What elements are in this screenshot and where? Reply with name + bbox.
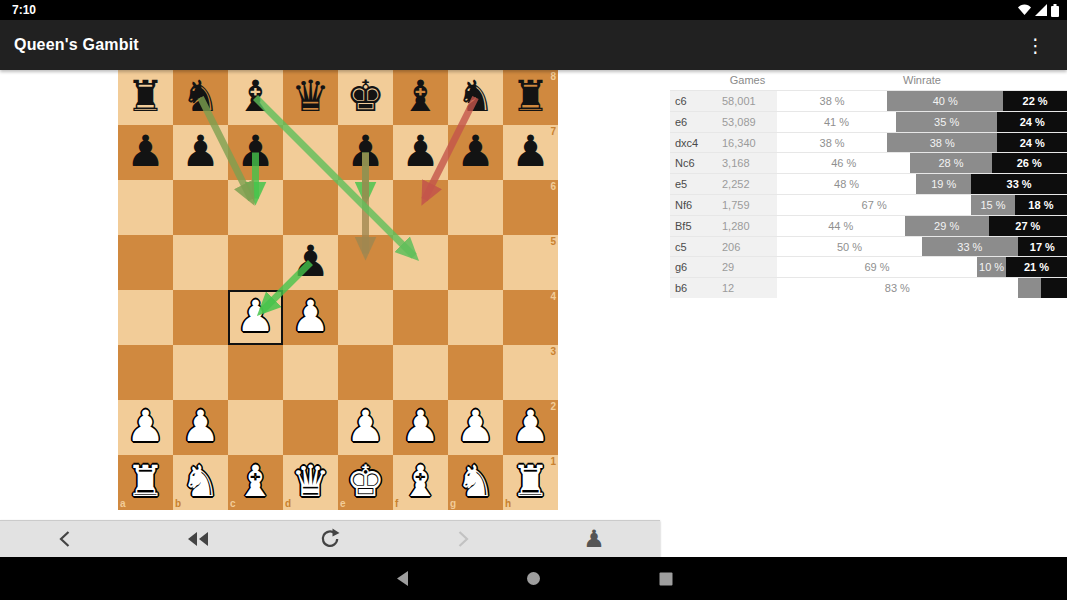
draw-segment: 38 % xyxy=(887,133,997,153)
overflow-menu-icon[interactable]: ⋮ xyxy=(1026,20,1045,70)
table-header: Games Winrate xyxy=(670,73,1067,90)
square-f4[interactable] xyxy=(393,290,448,345)
board-grid: ♜♞♝♛♚♝♞8♜♟♟♟♟♟♟7♟6♟5♟♟43♟♟♟♟♟2♟a♜b♞c♝d♛e… xyxy=(118,70,558,510)
square-d7[interactable] xyxy=(283,125,338,180)
move-label: c5 xyxy=(670,237,718,257)
square-h5[interactable]: 5 xyxy=(503,235,558,290)
move-row-Bf5[interactable]: Bf51,28044 %29 %27 % xyxy=(670,215,1067,236)
square-c6[interactable] xyxy=(228,180,283,235)
square-c7[interactable]: ♟ xyxy=(228,125,283,180)
square-g6[interactable] xyxy=(448,180,503,235)
white-piece-b1: ♞ xyxy=(173,455,228,510)
black-win-segment: 27 % xyxy=(989,216,1067,236)
square-a5[interactable] xyxy=(118,235,173,290)
white-piece-a1: ♜ xyxy=(118,455,173,510)
coord-rank-6: 6 xyxy=(550,181,556,192)
black-win-segment: 18 % xyxy=(1015,195,1067,215)
forward-button[interactable] xyxy=(396,521,528,557)
square-e6[interactable] xyxy=(338,180,393,235)
android-back-button[interactable] xyxy=(382,557,422,600)
square-c8[interactable]: ♝ xyxy=(228,70,283,125)
draw-segment: 15 % xyxy=(971,195,1015,215)
black-piece-b8: ♞ xyxy=(173,70,228,125)
square-h2[interactable]: 2♟ xyxy=(503,400,558,455)
white-win-segment: 46 % xyxy=(777,153,910,173)
status-bar: 7:10 xyxy=(0,0,1067,20)
black-piece-e7: ♟ xyxy=(338,125,393,180)
square-c5[interactable] xyxy=(228,235,283,290)
wifi-icon xyxy=(1018,4,1031,16)
black-win-segment: 21 % xyxy=(1006,257,1067,277)
square-g5[interactable] xyxy=(448,235,503,290)
black-piece-c7: ♟ xyxy=(228,125,283,180)
square-h1[interactable]: 1h♜ xyxy=(503,455,558,510)
white-piece-e2: ♟ xyxy=(338,400,393,455)
square-f1[interactable]: f♝ xyxy=(393,455,448,510)
move-row-c5[interactable]: c520650 %33 %17 % xyxy=(670,236,1067,257)
white-win-segment: 38 % xyxy=(777,133,887,153)
white-piece-f1: ♝ xyxy=(393,455,448,510)
white-piece-h1: ♜ xyxy=(503,455,558,510)
clock: 7:10 xyxy=(12,3,36,17)
games-column-header: Games xyxy=(718,74,777,86)
rewind-icon xyxy=(186,530,210,548)
black-piece-d5: ♟ xyxy=(283,235,338,290)
white-win-segment: 69 % xyxy=(777,257,977,277)
square-a3[interactable] xyxy=(118,345,173,400)
winrate-bar: 50 %33 %17 % xyxy=(777,237,1067,257)
draw-segment xyxy=(1018,278,1041,298)
white-piece-g2: ♟ xyxy=(448,400,503,455)
move-label: Bf5 xyxy=(670,216,718,236)
white-win-segment: 48 % xyxy=(777,174,916,194)
square-f6[interactable] xyxy=(393,180,448,235)
white-piece-b2: ♟ xyxy=(173,400,228,455)
white-piece-e1: ♚ xyxy=(338,455,393,510)
square-d2[interactable] xyxy=(283,400,338,455)
winrate-bar: 38 %40 %22 % xyxy=(777,91,1067,111)
white-piece-h2: ♟ xyxy=(503,400,558,455)
white-piece-c1: ♝ xyxy=(228,455,283,510)
white-piece-a2: ♟ xyxy=(118,400,173,455)
white-piece-c4: ♟ xyxy=(228,290,283,345)
white-win-segment: 50 % xyxy=(777,237,922,257)
square-f5[interactable] xyxy=(393,235,448,290)
square-b8[interactable]: ♞ xyxy=(173,70,228,125)
games-count: 1,280 xyxy=(718,216,777,236)
game-toolbar: ♟ xyxy=(0,520,660,557)
white-win-segment: 44 % xyxy=(777,216,905,236)
black-piece-g7: ♟ xyxy=(448,125,503,180)
winrate-column-header: Winrate xyxy=(777,74,1067,86)
square-d1[interactable]: d♛ xyxy=(283,455,338,510)
square-g2[interactable]: ♟ xyxy=(448,400,503,455)
square-e7[interactable]: ♟ xyxy=(338,125,393,180)
games-count: 206 xyxy=(718,237,777,257)
square-g4[interactable] xyxy=(448,290,503,345)
square-c2[interactable] xyxy=(228,400,283,455)
white-piece-d1: ♛ xyxy=(283,455,338,510)
black-piece-e8: ♚ xyxy=(338,70,393,125)
square-f3[interactable] xyxy=(393,345,448,400)
winrate-bar: 67 %15 %18 % xyxy=(777,195,1067,215)
move-row-g6[interactable]: g62969 %10 %21 % xyxy=(670,256,1067,277)
winrate-bar: 44 %29 %27 % xyxy=(777,216,1067,236)
move-label: b6 xyxy=(670,278,718,298)
games-count: 12 xyxy=(718,278,777,298)
white-win-segment: 67 % xyxy=(777,195,971,215)
square-a1[interactable]: a♜ xyxy=(118,455,173,510)
square-h7[interactable]: 7♟ xyxy=(503,125,558,180)
android-back-icon xyxy=(394,570,410,587)
winrate-bar: 38 %38 %24 % xyxy=(777,133,1067,153)
square-e2[interactable]: ♟ xyxy=(338,400,393,455)
black-piece-f7: ♟ xyxy=(393,125,448,180)
square-c3[interactable] xyxy=(228,345,283,400)
square-a8[interactable]: ♜ xyxy=(118,70,173,125)
move-label: e6 xyxy=(670,112,718,132)
move-row-Nf6[interactable]: Nf61,75967 %15 %18 % xyxy=(670,194,1067,215)
move-row-e6[interactable]: e653,08941 %35 %24 % xyxy=(670,111,1067,132)
draw-segment: 10 % xyxy=(977,257,1006,277)
square-e8[interactable]: ♚ xyxy=(338,70,393,125)
square-h6[interactable]: 6 xyxy=(503,180,558,235)
move-label: g6 xyxy=(670,257,718,277)
move-label: Nc6 xyxy=(670,153,718,173)
pieces-button[interactable]: ♟ xyxy=(528,521,660,557)
black-piece-f8: ♝ xyxy=(393,70,448,125)
square-b3[interactable] xyxy=(173,345,228,400)
white-piece-d4: ♟ xyxy=(283,290,338,345)
black-win-segment: 33 % xyxy=(971,174,1067,194)
android-recents-button[interactable] xyxy=(646,557,686,600)
chess-board: ♜♞♝♛♚♝♞8♜♟♟♟♟♟♟7♟6♟5♟♟43♟♟♟♟♟2♟a♜b♞c♝d♛e… xyxy=(118,70,558,510)
battery-icon xyxy=(1051,4,1059,17)
coord-rank-4: 4 xyxy=(550,291,556,302)
square-b7[interactable]: ♟ xyxy=(173,125,228,180)
draw-segment: 19 % xyxy=(916,174,971,194)
square-a2[interactable]: ♟ xyxy=(118,400,173,455)
square-h3[interactable]: 3 xyxy=(503,345,558,400)
black-piece-a7: ♟ xyxy=(118,125,173,180)
square-f2[interactable]: ♟ xyxy=(393,400,448,455)
move-label: dxc4 xyxy=(670,133,718,153)
back-button[interactable] xyxy=(0,521,132,557)
move-row-Nc6[interactable]: Nc63,16846 %28 %26 % xyxy=(670,152,1067,173)
black-win-segment: 22 % xyxy=(1003,91,1067,111)
square-c4[interactable]: ♟ xyxy=(228,290,283,345)
square-e4[interactable] xyxy=(338,290,393,345)
square-e3[interactable] xyxy=(338,345,393,400)
move-row-b6[interactable]: b61283 % xyxy=(670,277,1067,298)
square-b2[interactable]: ♟ xyxy=(173,400,228,455)
square-f7[interactable]: ♟ xyxy=(393,125,448,180)
black-win-segment: 17 % xyxy=(1018,237,1067,257)
black-piece-d8: ♛ xyxy=(283,70,338,125)
games-count: 29 xyxy=(718,257,777,277)
coord-rank-3: 3 xyxy=(550,346,556,357)
black-piece-a8: ♜ xyxy=(118,70,173,125)
draw-segment: 40 % xyxy=(887,91,1003,111)
square-d3[interactable] xyxy=(283,345,338,400)
white-piece-g1: ♞ xyxy=(448,455,503,510)
square-g1[interactable]: g♞ xyxy=(448,455,503,510)
black-piece-g8: ♞ xyxy=(448,70,503,125)
black-win-segment: 24 % xyxy=(997,112,1067,132)
games-count: 2,252 xyxy=(718,174,777,194)
page-title: Queen's Gambit xyxy=(14,36,139,54)
black-win-segment: 24 % xyxy=(997,133,1067,153)
square-h8[interactable]: 8♜ xyxy=(503,70,558,125)
move-row-c6[interactable]: c658,00138 %40 %22 % xyxy=(670,90,1067,111)
android-recents-icon xyxy=(659,572,673,586)
back-icon xyxy=(54,527,78,551)
move-row-e5[interactable]: e52,25248 %19 %33 % xyxy=(670,173,1067,194)
status-icons xyxy=(1018,0,1059,20)
refresh-icon xyxy=(318,527,342,551)
white-win-segment: 41 % xyxy=(777,112,896,132)
games-count: 16,340 xyxy=(718,133,777,153)
app-bar: Queen's Gambit ⋮ xyxy=(0,20,1067,70)
draw-segment: 29 % xyxy=(905,216,989,236)
square-b4[interactable] xyxy=(173,290,228,345)
square-d8[interactable]: ♛ xyxy=(283,70,338,125)
winrate-bar: 48 %19 %33 % xyxy=(777,174,1067,194)
square-d4[interactable]: ♟ xyxy=(283,290,338,345)
move-stats-table: Games Winrate c658,00138 %40 %22 %e653,0… xyxy=(670,73,1067,298)
white-win-segment: 83 % xyxy=(777,278,1018,298)
white-piece-f2: ♟ xyxy=(393,400,448,455)
android-nav-bar xyxy=(0,557,1067,600)
square-e5[interactable] xyxy=(338,235,393,290)
square-g8[interactable]: ♞ xyxy=(448,70,503,125)
square-a4[interactable] xyxy=(118,290,173,345)
black-piece-h8: ♜ xyxy=(503,70,558,125)
signal-icon xyxy=(1035,4,1047,16)
square-h4[interactable]: 4 xyxy=(503,290,558,345)
draw-segment: 35 % xyxy=(896,112,998,132)
square-d5[interactable]: ♟ xyxy=(283,235,338,290)
forward-icon xyxy=(450,527,474,551)
android-home-icon xyxy=(526,571,541,586)
winrate-bar: 83 % xyxy=(777,278,1067,298)
square-b1[interactable]: b♞ xyxy=(173,455,228,510)
square-e1[interactable]: e♚ xyxy=(338,455,393,510)
draw-segment: 28 % xyxy=(910,153,991,173)
rewind-button[interactable] xyxy=(132,521,264,557)
black-piece-b7: ♟ xyxy=(173,125,228,180)
square-a6[interactable] xyxy=(118,180,173,235)
winrate-bar: 46 %28 %26 % xyxy=(777,153,1067,173)
move-row-dxc4[interactable]: dxc416,34038 %38 %24 % xyxy=(670,132,1067,153)
white-win-segment: 38 % xyxy=(777,91,887,111)
screen: 7:10 Queen's Gambit ⋮ ♜♞♝♛♚♝♞8♜♟♟♟♟♟♟7♟6… xyxy=(0,0,1067,600)
refresh-button[interactable] xyxy=(264,521,396,557)
black-piece-c8: ♝ xyxy=(228,70,283,125)
winrate-bar: 69 %10 %21 % xyxy=(777,257,1067,277)
draw-segment: 33 % xyxy=(922,237,1018,257)
move-label: Nf6 xyxy=(670,195,718,215)
games-count: 58,001 xyxy=(718,91,777,111)
square-b5[interactable] xyxy=(173,235,228,290)
black-piece-h7: ♟ xyxy=(503,125,558,180)
square-b6[interactable] xyxy=(173,180,228,235)
android-home-button[interactable] xyxy=(514,557,554,600)
square-d6[interactable] xyxy=(283,180,338,235)
games-count: 53,089 xyxy=(718,112,777,132)
pawn-icon: ♟ xyxy=(583,527,605,551)
black-win-segment xyxy=(1041,278,1067,298)
square-f8[interactable]: ♝ xyxy=(393,70,448,125)
coord-rank-5: 5 xyxy=(550,236,556,247)
games-count: 3,168 xyxy=(718,153,777,173)
stats-rows: c658,00138 %40 %22 %e653,08941 %35 %24 %… xyxy=(670,90,1067,298)
black-win-segment: 26 % xyxy=(992,153,1067,173)
square-c1[interactable]: c♝ xyxy=(228,455,283,510)
square-g3[interactable] xyxy=(448,345,503,400)
square-a7[interactable]: ♟ xyxy=(118,125,173,180)
move-label: e5 xyxy=(670,174,718,194)
winrate-bar: 41 %35 %24 % xyxy=(777,112,1067,132)
move-label: c6 xyxy=(670,91,718,111)
square-g7[interactable]: ♟ xyxy=(448,125,503,180)
games-count: 1,759 xyxy=(718,195,777,215)
